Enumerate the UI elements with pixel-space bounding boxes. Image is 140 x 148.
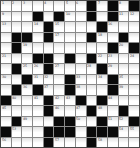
cell-r14c8[interactable] — [76, 138, 86, 148]
clue-number: 16 — [108, 22, 112, 25]
black-cell-r13c11 — [108, 127, 118, 137]
cell-r11c3[interactable] — [22, 106, 32, 116]
cell-r2c8[interactable] — [76, 12, 86, 22]
black-cell-r5c2 — [12, 43, 22, 53]
black-cell-r2c9 — [87, 12, 97, 22]
cell-r4c8[interactable] — [76, 33, 86, 43]
clue-number: 12 — [130, 12, 134, 15]
cell-r9c3[interactable]: 36 — [22, 85, 32, 95]
clue-number: 15 — [55, 22, 59, 25]
cell-r8c12[interactable]: 35 — [119, 75, 129, 85]
cell-r5c5[interactable] — [44, 43, 54, 53]
cell-r7c1[interactable] — [1, 64, 11, 74]
cell-r11c6[interactable]: 46 — [54, 106, 64, 116]
clue-number: 37 — [44, 85, 48, 88]
cell-r1c5[interactable]: 4 — [44, 1, 54, 11]
cell-r1c3[interactable]: 3 — [22, 1, 32, 11]
black-cell-r12c10 — [97, 117, 107, 127]
cell-r3c8[interactable] — [76, 22, 86, 32]
clue-number: 44 — [108, 96, 112, 99]
black-cell-r1c11 — [108, 1, 118, 11]
cell-r4c13[interactable] — [129, 33, 139, 43]
black-cell-r14c5 — [44, 138, 54, 148]
clue-number: 24 — [130, 54, 134, 57]
cell-r11c10[interactable]: 48 — [97, 106, 107, 116]
black-cell-r1c9 — [87, 1, 97, 11]
clue-number: 8 — [119, 1, 121, 4]
cell-r14c3[interactable] — [22, 138, 32, 148]
black-cell-r6c7 — [65, 54, 75, 64]
clue-number: 11 — [119, 12, 123, 15]
cell-r2c10[interactable] — [97, 12, 107, 22]
cell-r14c10[interactable]: 58 — [97, 138, 107, 148]
cell-r3c11[interactable]: 16 — [108, 22, 118, 32]
cell-r2c7[interactable]: 10 — [65, 12, 75, 22]
cell-r6c3[interactable] — [22, 54, 32, 64]
cell-r13c12[interactable]: 54 — [119, 127, 129, 137]
black-cell-r7c5 — [44, 64, 54, 74]
clue-number: 31 — [34, 75, 38, 78]
black-cell-r8c7 — [65, 75, 75, 85]
clue-number: 46 — [55, 106, 59, 109]
black-cell-r10c10 — [97, 96, 107, 106]
clue-number: 5 — [66, 1, 68, 4]
cell-r5c12[interactable]: 20 — [119, 43, 129, 53]
black-cell-r2c6 — [54, 12, 64, 22]
cell-r5c9[interactable] — [87, 43, 97, 53]
cell-r1c1[interactable]: 1 — [1, 1, 11, 11]
clue-number: 28 — [87, 64, 91, 67]
black-cell-r4c2 — [12, 33, 22, 43]
cell-r9c12[interactable]: 39 — [119, 85, 129, 95]
cell-r1c6[interactable] — [54, 1, 64, 11]
cell-r3c2[interactable] — [12, 22, 22, 32]
cell-r7c7[interactable] — [65, 64, 75, 74]
clue-number: 19 — [23, 43, 27, 46]
cell-r12c8[interactable]: 50 — [76, 117, 86, 127]
clue-number: 53 — [12, 127, 16, 130]
black-cell-r5c11 — [108, 43, 118, 53]
clue-number: 22 — [98, 54, 102, 57]
clue-number: 57 — [55, 138, 59, 141]
clue-number: 2 — [12, 1, 14, 4]
clue-number: 18 — [98, 33, 102, 36]
black-cell-r8c3 — [22, 75, 32, 85]
cell-r12c1[interactable] — [1, 117, 11, 127]
black-cell-r12c2 — [12, 117, 22, 127]
cell-r8c6[interactable] — [54, 75, 64, 85]
cell-r7c11[interactable]: 29 — [108, 64, 118, 74]
black-cell-r5c13 — [129, 43, 139, 53]
cell-r8c1[interactable]: 30 — [1, 75, 11, 85]
cell-r5c6[interactable] — [54, 43, 64, 53]
black-cell-r11c5 — [44, 106, 54, 116]
black-cell-r4c3 — [22, 33, 32, 43]
cell-r3c3[interactable] — [22, 22, 32, 32]
black-cell-r10c1 — [1, 96, 11, 106]
cell-r2c5[interactable] — [44, 12, 54, 22]
cell-r1c2[interactable]: 2 — [12, 1, 22, 11]
black-cell-r7c10 — [97, 64, 107, 74]
black-cell-r9c4 — [33, 85, 43, 95]
cell-r14c6[interactable]: 57 — [54, 138, 64, 148]
clue-number: 21 — [2, 54, 6, 57]
cell-r11c13[interactable] — [129, 106, 139, 116]
clue-number: 14 — [34, 22, 38, 25]
clue-number: 1 — [2, 1, 4, 4]
cell-r1c7[interactable]: 5 — [65, 1, 75, 11]
cell-r14c11[interactable] — [108, 138, 118, 148]
clue-number: 58 — [98, 138, 102, 141]
cell-r2c3[interactable] — [22, 12, 32, 22]
cell-r13c4[interactable] — [33, 127, 43, 137]
cell-r10c7[interactable]: 43 — [65, 96, 75, 106]
cell-r5c8[interactable] — [76, 43, 86, 53]
clue-number: 33 — [76, 75, 80, 78]
clue-number: 48 — [98, 106, 102, 109]
cell-r7c6[interactable]: 27 — [54, 64, 64, 74]
cell-r3c12[interactable] — [119, 22, 129, 32]
cell-r6c13[interactable]: 24 — [129, 54, 139, 64]
cell-r13c13[interactable]: 55 — [129, 127, 139, 137]
cell-r4c7[interactable] — [65, 33, 75, 43]
cell-r10c3[interactable] — [22, 96, 32, 106]
clue-number: 4 — [44, 1, 46, 4]
cell-r12c5[interactable] — [44, 117, 54, 127]
clue-number: 34 — [98, 75, 102, 78]
cell-r4c4[interactable] — [33, 33, 43, 43]
black-cell-r4c12 — [119, 33, 129, 43]
cell-r9c6[interactable] — [54, 85, 64, 95]
cell-r8c5[interactable]: 32 — [44, 75, 54, 85]
cell-r10c11[interactable]: 44 — [108, 96, 118, 106]
cell-r6c10[interactable]: 22 — [97, 54, 107, 64]
black-cell-r2c4 — [33, 12, 43, 22]
clue-number: 10 — [66, 12, 70, 15]
cell-r11c8[interactable]: 47 — [76, 106, 86, 116]
cell-r1c4[interactable] — [33, 1, 43, 11]
clue-number: 6 — [76, 1, 78, 4]
cell-r7c4[interactable]: 26 — [33, 64, 43, 74]
black-cell-r7c2 — [12, 64, 22, 74]
cell-r7c9[interactable]: 28 — [87, 64, 97, 74]
cell-r14c4[interactable] — [33, 138, 43, 148]
cell-r6c6[interactable] — [54, 54, 64, 64]
clue-number: 40 — [12, 96, 16, 99]
clue-number: 26 — [34, 64, 38, 67]
cell-r2c2[interactable] — [12, 12, 22, 22]
clue-number: 43 — [66, 96, 70, 99]
cell-r9c8[interactable]: 38 — [76, 85, 86, 95]
cell-r8c10[interactable]: 34 — [97, 75, 107, 85]
cell-r6c1[interactable]: 21 — [1, 54, 11, 64]
black-cell-r4c5 — [44, 33, 54, 43]
clue-number: 25 — [23, 64, 27, 67]
black-cell-r3c5 — [44, 22, 54, 32]
clue-number: 45 — [2, 106, 6, 109]
clue-number: 35 — [119, 75, 123, 78]
clue-number: 23 — [108, 54, 112, 57]
clue-number: 54 — [119, 127, 123, 130]
black-cell-r13c6 — [54, 127, 64, 137]
cell-r14c2[interactable] — [12, 138, 22, 148]
cell-r7c13[interactable] — [129, 64, 139, 74]
clue-number: 29 — [108, 64, 112, 67]
cell-r12c12[interactable]: 52 — [119, 117, 129, 127]
black-cell-r6c5 — [44, 54, 54, 64]
cell-r6c2[interactable] — [12, 54, 22, 64]
cell-r6c12[interactable] — [119, 54, 129, 64]
black-cell-r12c6 — [54, 117, 64, 127]
clue-number: 50 — [76, 117, 80, 120]
cell-r12c11[interactable]: 51 — [108, 117, 118, 127]
cell-r6c8[interactable] — [76, 54, 86, 64]
cell-r3c13[interactable] — [129, 22, 139, 32]
cell-r12c9[interactable] — [87, 117, 97, 127]
cell-r9c10[interactable] — [97, 85, 107, 95]
clue-number: 56 — [2, 138, 6, 141]
black-cell-r3c10 — [97, 22, 107, 32]
clue-number: 36 — [23, 85, 27, 88]
cell-r1c12[interactable]: 8 — [119, 1, 129, 11]
cell-r3c1[interactable]: 13 — [1, 22, 11, 32]
black-cell-r13c7 — [65, 127, 75, 137]
black-cell-r12c7 — [65, 117, 75, 127]
black-cell-r11c12 — [119, 106, 129, 116]
cell-r11c4[interactable] — [33, 106, 43, 116]
clue-number: 42 — [55, 96, 59, 99]
cell-r14c1[interactable]: 56 — [1, 138, 11, 148]
cell-r14c7[interactable] — [65, 138, 75, 148]
clue-number: 27 — [55, 64, 59, 67]
black-cell-r6c9 — [87, 54, 97, 64]
cell-r4c1[interactable] — [1, 33, 11, 43]
cell-r5c1[interactable] — [1, 43, 11, 53]
black-cell-r11c9 — [87, 106, 97, 116]
black-cell-r9c7 — [65, 85, 75, 95]
clue-number: 41 — [34, 96, 38, 99]
cell-r14c13[interactable] — [129, 138, 139, 148]
black-cell-r13c9 — [87, 127, 97, 137]
crossword-grid: 1234567891011121314151617181920212223242… — [0, 0, 140, 148]
cell-r9c13[interactable] — [129, 85, 139, 95]
cell-r10c9[interactable] — [87, 96, 97, 106]
cell-r8c4[interactable]: 31 — [33, 75, 43, 85]
cell-r10c4[interactable]: 41 — [33, 96, 43, 106]
clue-number: 30 — [2, 75, 6, 78]
cell-r10c12[interactable] — [119, 96, 129, 106]
cell-r13c3[interactable] — [22, 127, 32, 137]
clue-number: 49 — [23, 117, 27, 120]
cell-r1c8[interactable]: 6 — [76, 1, 86, 11]
cell-r8c2[interactable] — [12, 75, 22, 85]
black-cell-r9c2 — [12, 85, 22, 95]
cell-r3c9[interactable] — [87, 22, 97, 32]
cell-r7c3[interactable]: 25 — [22, 64, 32, 74]
cell-r8c9[interactable] — [87, 75, 97, 85]
clue-number: 52 — [119, 117, 123, 120]
black-cell-r13c5 — [44, 127, 54, 137]
clue-number: 7 — [98, 1, 100, 4]
cell-r2c12[interactable]: 11 — [119, 12, 129, 22]
cell-r4c6[interactable]: 17 — [54, 33, 64, 43]
cell-r11c2[interactable] — [12, 106, 22, 116]
black-cell-r13c1 — [1, 127, 11, 137]
black-cell-r6c4 — [33, 54, 43, 64]
clue-number: 38 — [76, 85, 80, 88]
cell-r3c4[interactable]: 14 — [33, 22, 43, 32]
black-cell-r1c13 — [129, 1, 139, 11]
cell-r1c10[interactable]: 7 — [97, 1, 107, 11]
cell-r11c7[interactable] — [65, 106, 75, 116]
cell-r5c7[interactable] — [65, 43, 75, 53]
black-cell-r13c10 — [97, 127, 107, 137]
cell-r3c7[interactable] — [65, 22, 75, 32]
cell-r2c1[interactable]: 9 — [1, 12, 11, 22]
cell-r10c13[interactable] — [129, 96, 139, 106]
cell-r13c8[interactable] — [76, 127, 86, 137]
clue-number: 55 — [130, 127, 134, 130]
clue-number: 47 — [76, 106, 80, 109]
cell-r4c10[interactable]: 18 — [97, 33, 107, 43]
cell-r8c13[interactable] — [129, 75, 139, 85]
cell-r5c4[interactable] — [33, 43, 43, 53]
black-cell-r12c13 — [129, 117, 139, 127]
black-cell-r9c11 — [108, 85, 118, 95]
black-cell-r8c11 — [108, 75, 118, 85]
clue-number: 3 — [23, 1, 25, 4]
black-cell-r10c5 — [44, 96, 54, 106]
cell-r13c2[interactable]: 53 — [12, 127, 22, 137]
cell-r14c12[interactable] — [119, 138, 129, 148]
crossword-board: 1234567891011121314151617181920212223242… — [0, 0, 140, 148]
cell-r9c9[interactable] — [87, 85, 97, 95]
cell-r11c11[interactable] — [108, 106, 118, 116]
cell-r3c6[interactable]: 15 — [54, 22, 64, 32]
cell-r11c1[interactable]: 45 — [1, 106, 11, 116]
cell-r5c3[interactable]: 19 — [22, 43, 32, 53]
black-cell-r10c8 — [76, 96, 86, 106]
cell-r8c8[interactable]: 33 — [76, 75, 86, 85]
black-cell-r4c9 — [87, 33, 97, 43]
clue-number: 17 — [55, 33, 59, 36]
cell-r4c11[interactable] — [108, 33, 118, 43]
cell-r5c10[interactable] — [97, 43, 107, 53]
cell-r12c4[interactable] — [33, 117, 43, 127]
cell-r9c1[interactable] — [1, 85, 11, 95]
clue-number: 9 — [2, 12, 4, 15]
clue-number: 32 — [44, 75, 48, 78]
cell-r9c5[interactable]: 37 — [44, 85, 54, 95]
cell-r6c11[interactable]: 23 — [108, 54, 118, 64]
black-cell-r2c11 — [108, 12, 118, 22]
clue-number: 13 — [2, 22, 6, 25]
cell-r7c8[interactable] — [76, 64, 86, 74]
cell-r7c12[interactable] — [119, 64, 129, 74]
cell-r2c13[interactable]: 12 — [129, 12, 139, 22]
clue-number: 51 — [108, 117, 112, 120]
cell-r10c2[interactable]: 40 — [12, 96, 22, 106]
clue-number: 39 — [119, 85, 123, 88]
clue-number: 20 — [119, 43, 123, 46]
cell-r10c6[interactable]: 42 — [54, 96, 64, 106]
cell-r12c3[interactable]: 49 — [22, 117, 32, 127]
black-cell-r14c9 — [87, 138, 97, 148]
